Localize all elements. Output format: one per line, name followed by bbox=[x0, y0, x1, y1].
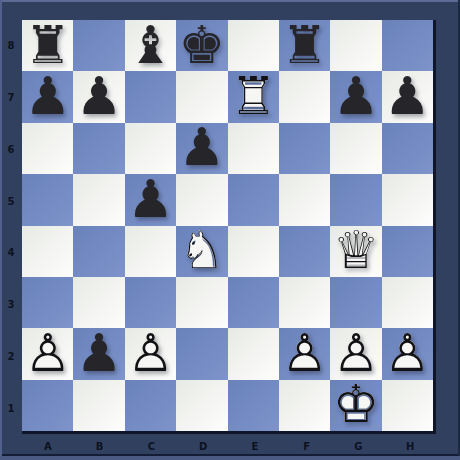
square-e3[interactable] bbox=[228, 277, 279, 328]
square-h1[interactable] bbox=[382, 380, 433, 431]
file-label-f: F bbox=[281, 438, 333, 454]
piece-white-pawn-h2[interactable]: ♟♙ bbox=[382, 328, 433, 379]
black-pawn-glyph: ♟ bbox=[73, 327, 124, 378]
square-a1[interactable] bbox=[22, 380, 73, 431]
square-h8[interactable] bbox=[382, 20, 433, 71]
piece-black-pawn-c5[interactable]: ♟ bbox=[125, 174, 176, 225]
black-bishop-glyph: ♝ bbox=[125, 19, 176, 70]
square-a6[interactable] bbox=[22, 123, 73, 174]
square-e2[interactable] bbox=[228, 328, 279, 379]
square-g5[interactable] bbox=[330, 174, 381, 225]
square-e7[interactable]: ♜♖ bbox=[228, 71, 279, 122]
square-h2[interactable]: ♟♙ bbox=[382, 328, 433, 379]
file-label-a: A bbox=[22, 438, 74, 454]
square-f1[interactable] bbox=[279, 380, 330, 431]
square-f6[interactable] bbox=[279, 123, 330, 174]
black-pawn-glyph: ♟ bbox=[22, 70, 73, 121]
piece-white-pawn-f2[interactable]: ♟♙ bbox=[279, 328, 330, 379]
square-e8[interactable] bbox=[228, 20, 279, 71]
frame-bevel-top bbox=[0, 0, 460, 2]
white-knight-glyph-outline: ♘ bbox=[176, 225, 227, 276]
square-d3[interactable] bbox=[176, 277, 227, 328]
square-c4[interactable] bbox=[125, 226, 176, 277]
square-g4[interactable]: ♛♕ bbox=[330, 226, 381, 277]
white-queen-glyph-outline: ♕ bbox=[330, 225, 381, 276]
square-f8[interactable]: ♜ bbox=[279, 20, 330, 71]
square-h5[interactable] bbox=[382, 174, 433, 225]
rank-label-1: 1 bbox=[0, 382, 22, 434]
square-c5[interactable]: ♟ bbox=[125, 174, 176, 225]
black-pawn-glyph: ♟ bbox=[125, 173, 176, 224]
rank-label-2: 2 bbox=[0, 331, 22, 383]
rank-label-4: 4 bbox=[0, 227, 22, 279]
square-g6[interactable] bbox=[330, 123, 381, 174]
square-g8[interactable] bbox=[330, 20, 381, 71]
square-g2[interactable]: ♟♙ bbox=[330, 328, 381, 379]
square-c7[interactable] bbox=[125, 71, 176, 122]
square-e1[interactable] bbox=[228, 380, 279, 431]
square-h4[interactable] bbox=[382, 226, 433, 277]
piece-white-knight-d4[interactable]: ♞♘ bbox=[176, 226, 227, 277]
square-d1[interactable] bbox=[176, 380, 227, 431]
piece-black-rook-a8[interactable]: ♜ bbox=[22, 20, 73, 71]
square-b3[interactable] bbox=[73, 277, 124, 328]
piece-black-pawn-g7[interactable]: ♟ bbox=[330, 71, 381, 122]
piece-white-pawn-c2[interactable]: ♟♙ bbox=[125, 328, 176, 379]
white-pawn-glyph-outline: ♙ bbox=[125, 327, 176, 378]
file-labels: ABCDEFGH bbox=[22, 438, 436, 454]
square-h3[interactable] bbox=[382, 277, 433, 328]
square-b5[interactable] bbox=[73, 174, 124, 225]
piece-white-queen-g4[interactable]: ♛♕ bbox=[330, 226, 381, 277]
square-a4[interactable] bbox=[22, 226, 73, 277]
square-e4[interactable] bbox=[228, 226, 279, 277]
black-rook-glyph: ♜ bbox=[279, 19, 330, 70]
square-b7[interactable]: ♟ bbox=[73, 71, 124, 122]
square-e5[interactable] bbox=[228, 174, 279, 225]
chess-board-frame: 87654321 ♜♝♚♜♟♟♜♖♟♟♟♟♞♘♛♕♟♙♟♟♙♟♙♟♙♟♙♚♔ A… bbox=[0, 0, 460, 460]
white-rook-glyph-outline: ♖ bbox=[228, 70, 279, 121]
black-pawn-glyph: ♟ bbox=[73, 70, 124, 121]
square-f3[interactable] bbox=[279, 277, 330, 328]
piece-black-pawn-b7[interactable]: ♟ bbox=[73, 71, 124, 122]
rank-label-7: 7 bbox=[0, 72, 22, 124]
square-g1[interactable]: ♚♔ bbox=[330, 380, 381, 431]
square-a3[interactable] bbox=[22, 277, 73, 328]
black-pawn-glyph: ♟ bbox=[382, 70, 433, 121]
square-d5[interactable] bbox=[176, 174, 227, 225]
square-b4[interactable] bbox=[73, 226, 124, 277]
white-pawn-glyph-outline: ♙ bbox=[22, 327, 73, 378]
square-d4[interactable]: ♞♘ bbox=[176, 226, 227, 277]
square-f5[interactable] bbox=[279, 174, 330, 225]
square-c6[interactable] bbox=[125, 123, 176, 174]
white-pawn-glyph-outline: ♙ bbox=[279, 327, 330, 378]
square-a7[interactable]: ♟ bbox=[22, 71, 73, 122]
black-king-glyph: ♚ bbox=[176, 19, 227, 70]
frame-bevel-bottom-highlight bbox=[0, 456, 460, 460]
piece-white-pawn-a2[interactable]: ♟♙ bbox=[22, 328, 73, 379]
piece-black-rook-f8[interactable]: ♜ bbox=[279, 20, 330, 71]
square-b1[interactable] bbox=[73, 380, 124, 431]
piece-black-bishop-c8[interactable]: ♝ bbox=[125, 20, 176, 71]
board-grid: ♜♝♚♜♟♟♜♖♟♟♟♟♞♘♛♕♟♙♟♟♙♟♙♟♙♟♙♚♔ bbox=[22, 20, 436, 434]
square-d2[interactable] bbox=[176, 328, 227, 379]
rank-label-8: 8 bbox=[0, 20, 22, 72]
square-a5[interactable] bbox=[22, 174, 73, 225]
rank-label-3: 3 bbox=[0, 279, 22, 331]
white-king-glyph-outline: ♔ bbox=[330, 379, 381, 430]
square-b6[interactable] bbox=[73, 123, 124, 174]
rank-labels: 87654321 bbox=[0, 20, 22, 434]
square-b8[interactable] bbox=[73, 20, 124, 71]
square-f4[interactable] bbox=[279, 226, 330, 277]
white-pawn-glyph-outline: ♙ bbox=[330, 327, 381, 378]
piece-white-king-g1[interactable]: ♚♔ bbox=[330, 380, 381, 431]
square-c8[interactable]: ♝ bbox=[125, 20, 176, 71]
square-g7[interactable]: ♟ bbox=[330, 71, 381, 122]
piece-white-rook-e7[interactable]: ♜♖ bbox=[228, 71, 279, 122]
black-rook-glyph: ♜ bbox=[22, 19, 73, 70]
square-d8[interactable]: ♚ bbox=[176, 20, 227, 71]
square-a2[interactable]: ♟♙ bbox=[22, 328, 73, 379]
piece-black-pawn-d6[interactable]: ♟ bbox=[176, 123, 227, 174]
black-pawn-glyph: ♟ bbox=[176, 122, 227, 173]
square-h6[interactable] bbox=[382, 123, 433, 174]
square-c3[interactable] bbox=[125, 277, 176, 328]
file-label-c: C bbox=[126, 438, 178, 454]
rank-label-6: 6 bbox=[0, 124, 22, 176]
white-pawn-glyph-outline: ♙ bbox=[382, 327, 433, 378]
rank-label-5: 5 bbox=[0, 175, 22, 227]
black-pawn-glyph: ♟ bbox=[330, 70, 381, 121]
file-label-d: D bbox=[177, 438, 229, 454]
piece-black-pawn-h7[interactable]: ♟ bbox=[382, 71, 433, 122]
piece-black-pawn-b2[interactable]: ♟ bbox=[73, 328, 124, 379]
file-label-e: E bbox=[229, 438, 281, 454]
square-g3[interactable] bbox=[330, 277, 381, 328]
square-h7[interactable]: ♟ bbox=[382, 71, 433, 122]
file-label-g: G bbox=[333, 438, 385, 454]
square-c1[interactable] bbox=[125, 380, 176, 431]
file-label-h: H bbox=[384, 438, 436, 454]
square-f2[interactable]: ♟♙ bbox=[279, 328, 330, 379]
piece-white-pawn-g2[interactable]: ♟♙ bbox=[330, 328, 381, 379]
square-d7[interactable] bbox=[176, 71, 227, 122]
square-b2[interactable]: ♟ bbox=[73, 328, 124, 379]
square-f7[interactable] bbox=[279, 71, 330, 122]
square-a8[interactable]: ♜ bbox=[22, 20, 73, 71]
square-c2[interactable]: ♟♙ bbox=[125, 328, 176, 379]
file-label-b: B bbox=[74, 438, 126, 454]
square-d6[interactable]: ♟ bbox=[176, 123, 227, 174]
square-e6[interactable] bbox=[228, 123, 279, 174]
piece-black-pawn-a7[interactable]: ♟ bbox=[22, 71, 73, 122]
piece-black-king-d8[interactable]: ♚ bbox=[176, 20, 227, 71]
